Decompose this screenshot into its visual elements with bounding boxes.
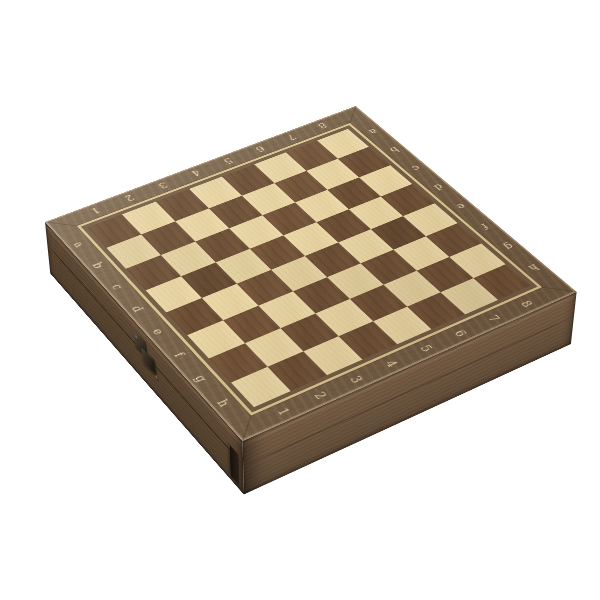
square-g6[interactable] xyxy=(384,271,441,307)
box-corner-recess xyxy=(230,445,240,485)
square-h8[interactable] xyxy=(473,264,530,300)
square-g5[interactable] xyxy=(350,285,407,322)
clasp-hook-icon xyxy=(141,347,157,377)
square-e3[interactable] xyxy=(237,270,293,306)
square-h3[interactable] xyxy=(303,336,362,375)
square-g1[interactable] xyxy=(209,343,268,382)
square-e1[interactable] xyxy=(166,298,223,335)
square-h6[interactable] xyxy=(407,292,465,329)
chess-box: 12345678 abcdefgh abcdefgh 12345678 xyxy=(45,106,577,441)
file-label-h: h xyxy=(513,254,556,283)
file-label-g: g xyxy=(488,233,530,261)
square-d1[interactable] xyxy=(146,276,202,312)
chess-board: 12345678 abcdefgh abcdefgh 12345678 xyxy=(45,106,577,441)
product-photo-scene: 12345678 abcdefgh abcdefgh 12345678 xyxy=(0,0,600,600)
square-g7[interactable] xyxy=(417,257,474,292)
square-g4[interactable] xyxy=(316,299,374,336)
square-f2[interactable] xyxy=(223,306,280,344)
square-c1[interactable] xyxy=(126,255,181,290)
square-h2[interactable] xyxy=(268,351,327,391)
frame-mitre-joint xyxy=(332,106,373,129)
square-g3[interactable] xyxy=(281,313,339,351)
square-h5[interactable] xyxy=(373,307,431,345)
square-e4[interactable] xyxy=(271,256,327,291)
clasp-screw-icon xyxy=(155,374,159,382)
square-g2[interactable] xyxy=(245,328,303,367)
square-f5[interactable] xyxy=(327,263,383,299)
square-d2[interactable] xyxy=(181,262,237,298)
square-h4[interactable] xyxy=(339,321,398,359)
square-e2[interactable] xyxy=(202,284,259,321)
square-f3[interactable] xyxy=(258,291,315,328)
square-h1[interactable] xyxy=(231,367,291,407)
square-f1[interactable] xyxy=(187,320,245,358)
square-f4[interactable] xyxy=(293,277,350,313)
square-h7[interactable] xyxy=(441,278,499,314)
